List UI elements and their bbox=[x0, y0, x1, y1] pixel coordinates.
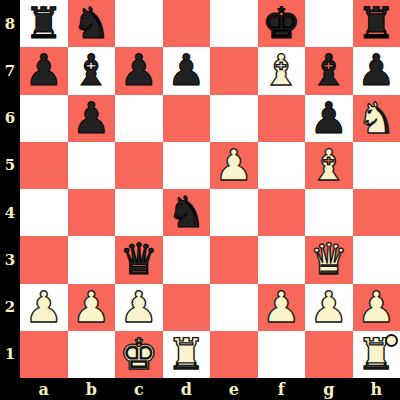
black-bishop-b7[interactable]: ♝ bbox=[72, 47, 111, 94]
square-h2[interactable]: ♟ bbox=[353, 284, 400, 331]
square-h1[interactable]: ♜ bbox=[353, 331, 400, 378]
black-pawn-d7[interactable]: ♟ bbox=[167, 47, 206, 94]
black-pawn-c7[interactable]: ♟ bbox=[119, 47, 158, 94]
square-h4[interactable] bbox=[353, 189, 400, 236]
square-c3[interactable]: ♛ bbox=[115, 236, 163, 283]
square-b8[interactable]: ♞ bbox=[68, 0, 116, 47]
square-d4[interactable]: ♞ bbox=[163, 189, 211, 236]
black-knight-b8[interactable]: ♞ bbox=[72, 0, 111, 47]
square-d1[interactable]: ♜ bbox=[163, 331, 211, 378]
square-f1[interactable] bbox=[258, 331, 306, 378]
square-e8[interactable] bbox=[210, 0, 258, 47]
square-e5[interactable]: ♟ bbox=[210, 142, 258, 189]
square-b1[interactable] bbox=[68, 331, 116, 378]
white-pawn-b2[interactable]: ♟ bbox=[72, 284, 111, 331]
square-f2[interactable]: ♟ bbox=[258, 284, 306, 331]
square-e4[interactable] bbox=[210, 189, 258, 236]
square-c6[interactable] bbox=[115, 95, 163, 142]
white-rook-d1[interactable]: ♜ bbox=[167, 331, 206, 378]
black-pawn-a7[interactable]: ♟ bbox=[24, 47, 63, 94]
square-b4[interactable] bbox=[68, 189, 116, 236]
file-label-e: e bbox=[210, 378, 258, 400]
square-d6[interactable] bbox=[163, 95, 211, 142]
square-g8[interactable] bbox=[305, 0, 353, 47]
black-knight-d4[interactable]: ♞ bbox=[167, 189, 206, 236]
rank-label-6: 6 bbox=[0, 95, 20, 142]
white-queen-g3[interactable]: ♛ bbox=[309, 236, 348, 283]
square-d8[interactable] bbox=[163, 0, 211, 47]
square-d7[interactable]: ♟ bbox=[163, 47, 211, 94]
square-b7[interactable]: ♝ bbox=[68, 47, 116, 94]
square-h5[interactable] bbox=[353, 142, 400, 189]
rank-label-3: 3 bbox=[0, 236, 20, 283]
square-a2[interactable]: ♟ bbox=[20, 284, 68, 331]
black-bishop-g7[interactable]: ♝ bbox=[309, 47, 348, 94]
black-king-f8[interactable]: ♚ bbox=[262, 0, 301, 47]
file-label-a: a bbox=[20, 378, 68, 400]
square-e7[interactable] bbox=[210, 47, 258, 94]
square-h3[interactable] bbox=[353, 236, 400, 283]
square-g4[interactable] bbox=[305, 189, 353, 236]
square-h7[interactable]: ♟ bbox=[353, 47, 400, 94]
file-label-h: h bbox=[353, 378, 400, 400]
black-rook-a8[interactable]: ♜ bbox=[24, 0, 63, 47]
square-c1[interactable]: ♚ bbox=[115, 331, 163, 378]
square-e6[interactable] bbox=[210, 95, 258, 142]
square-b3[interactable] bbox=[68, 236, 116, 283]
rank-label-8: 8 bbox=[0, 0, 20, 47]
rank-label-1: 1 bbox=[0, 331, 20, 378]
corner-spacer bbox=[0, 378, 20, 400]
square-f7[interactable]: ♝ bbox=[258, 47, 306, 94]
square-a8[interactable]: ♜ bbox=[20, 0, 68, 47]
square-f3[interactable] bbox=[258, 236, 306, 283]
square-c4[interactable] bbox=[115, 189, 163, 236]
black-pawn-b6[interactable]: ♟ bbox=[72, 95, 111, 142]
white-pawn-f2[interactable]: ♟ bbox=[262, 284, 301, 331]
square-g7[interactable]: ♝ bbox=[305, 47, 353, 94]
square-e3[interactable] bbox=[210, 236, 258, 283]
square-a4[interactable] bbox=[20, 189, 68, 236]
black-pawn-h7[interactable]: ♟ bbox=[357, 47, 396, 94]
square-b6[interactable]: ♟ bbox=[68, 95, 116, 142]
square-f6[interactable] bbox=[258, 95, 306, 142]
square-f8[interactable]: ♚ bbox=[258, 0, 306, 47]
square-a1[interactable] bbox=[20, 331, 68, 378]
black-pawn-g6[interactable]: ♟ bbox=[309, 95, 348, 142]
square-f4[interactable] bbox=[258, 189, 306, 236]
file-label-g: g bbox=[305, 378, 353, 400]
square-a7[interactable]: ♟ bbox=[20, 47, 68, 94]
square-d3[interactable] bbox=[163, 236, 211, 283]
white-bishop-f7[interactable]: ♝ bbox=[262, 47, 301, 94]
white-king-c1[interactable]: ♚ bbox=[119, 331, 158, 378]
marker-circle bbox=[385, 334, 398, 347]
file-label-c: c bbox=[115, 378, 163, 400]
square-c2[interactable]: ♟ bbox=[115, 284, 163, 331]
square-g6[interactable]: ♟ bbox=[305, 95, 353, 142]
chess-board-frame: 8♜♞♚♜7♟♝♟♟♝♝♟6♟♟♞5♟♝4♞3♛♛2♟♟♟♟♟♟1♚♜♜abcd… bbox=[0, 0, 400, 400]
square-b5[interactable] bbox=[68, 142, 116, 189]
square-g5[interactable]: ♝ bbox=[305, 142, 353, 189]
square-a6[interactable] bbox=[20, 95, 68, 142]
square-f5[interactable] bbox=[258, 142, 306, 189]
square-g2[interactable]: ♟ bbox=[305, 284, 353, 331]
square-c8[interactable] bbox=[115, 0, 163, 47]
white-knight-h6[interactable]: ♞ bbox=[357, 95, 396, 142]
square-e2[interactable] bbox=[210, 284, 258, 331]
square-d5[interactable] bbox=[163, 142, 211, 189]
white-pawn-e5[interactable]: ♟ bbox=[214, 142, 253, 189]
rank-label-5: 5 bbox=[0, 142, 20, 189]
square-h8[interactable]: ♜ bbox=[353, 0, 400, 47]
square-c7[interactable]: ♟ bbox=[115, 47, 163, 94]
rank-label-2: 2 bbox=[0, 284, 20, 331]
square-e1[interactable] bbox=[210, 331, 258, 378]
square-g3[interactable]: ♛ bbox=[305, 236, 353, 283]
square-c5[interactable] bbox=[115, 142, 163, 189]
file-label-d: d bbox=[163, 378, 211, 400]
rank-label-7: 7 bbox=[0, 47, 20, 94]
white-pawn-c2[interactable]: ♟ bbox=[119, 284, 158, 331]
square-b2[interactable]: ♟ bbox=[68, 284, 116, 331]
white-bishop-g5[interactable]: ♝ bbox=[309, 142, 348, 189]
square-a3[interactable] bbox=[20, 236, 68, 283]
square-h6[interactable]: ♞ bbox=[353, 95, 400, 142]
square-g1[interactable] bbox=[305, 331, 353, 378]
black-queen-c3[interactable]: ♛ bbox=[119, 236, 158, 283]
white-pawn-h2[interactable]: ♟ bbox=[357, 284, 396, 331]
white-pawn-g2[interactable]: ♟ bbox=[309, 284, 348, 331]
file-label-f: f bbox=[258, 378, 306, 400]
white-pawn-a2[interactable]: ♟ bbox=[24, 284, 63, 331]
file-label-b: b bbox=[68, 378, 116, 400]
square-d2[interactable] bbox=[163, 284, 211, 331]
rank-label-4: 4 bbox=[0, 189, 20, 236]
square-a5[interactable] bbox=[20, 142, 68, 189]
black-rook-h8[interactable]: ♜ bbox=[357, 0, 396, 47]
